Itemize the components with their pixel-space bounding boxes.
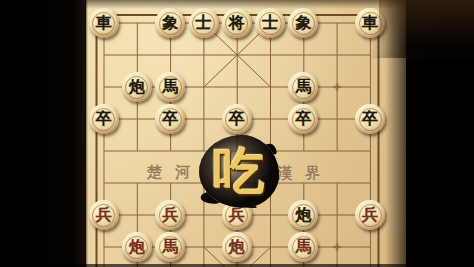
piece-glyph: 卒 [362, 111, 378, 127]
piece-black-cannon[interactable]: 炮 [288, 200, 318, 230]
piece-glyph: 卒 [295, 111, 311, 127]
piece-glyph: 将 [229, 15, 245, 31]
video-frame: 楚河 漢界 車象士将士象車炮馬馬卒卒卒卒卒炮兵兵兵兵炮馬炮馬 吃 [0, 0, 474, 267]
piece-black-chariot[interactable]: 車 [89, 8, 119, 38]
piece-red-cannon[interactable]: 炮 [222, 232, 252, 262]
piece-glyph: 兵 [162, 207, 178, 223]
piece-glyph: 士 [196, 15, 212, 31]
piece-black-soldier[interactable]: 卒 [355, 104, 385, 134]
piece-black-soldier[interactable]: 卒 [222, 104, 252, 134]
piece-glyph: 炮 [129, 239, 145, 255]
piece-glyph: 馬 [295, 79, 311, 95]
piece-glyph: 馬 [295, 239, 311, 255]
piece-glyph: 馬 [162, 239, 178, 255]
piece-glyph: 卒 [162, 111, 178, 127]
piece-glyph: 兵 [362, 207, 378, 223]
piece-glyph: 卒 [96, 111, 112, 127]
piece-red-soldier[interactable]: 兵 [155, 200, 185, 230]
piece-glyph: 象 [295, 15, 311, 31]
piece-glyph: 士 [262, 15, 278, 31]
piece-glyph: 炮 [229, 239, 245, 255]
piece-glyph: 炮 [129, 79, 145, 95]
piece-black-cannon[interactable]: 炮 [122, 72, 152, 102]
piece-glyph: 炮 [295, 207, 311, 223]
piece-black-horse[interactable]: 馬 [155, 72, 185, 102]
piece-black-soldier[interactable]: 卒 [288, 104, 318, 134]
piece-glyph: 兵 [229, 207, 245, 223]
piece-black-general[interactable]: 将 [222, 8, 252, 38]
piece-glyph: 卒 [229, 111, 245, 127]
piece-glyph: 象 [162, 15, 178, 31]
top-right-brown-streak [379, 0, 474, 46]
piece-red-cannon[interactable]: 炮 [122, 232, 152, 262]
piece-black-elephant[interactable]: 象 [155, 8, 185, 38]
piece-red-soldier[interactable]: 兵 [355, 200, 385, 230]
capture-splash-text: 吃 [213, 137, 265, 207]
piece-red-horse[interactable]: 馬 [155, 232, 185, 262]
piece-black-advisor[interactable]: 士 [189, 8, 219, 38]
left-letterbox-bar [0, 0, 88, 267]
piece-black-soldier[interactable]: 卒 [89, 104, 119, 134]
piece-red-soldier[interactable]: 兵 [89, 200, 119, 230]
piece-glyph: 兵 [96, 207, 112, 223]
piece-black-horse[interactable]: 馬 [288, 72, 318, 102]
piece-red-horse[interactable]: 馬 [288, 232, 318, 262]
piece-glyph: 馬 [162, 79, 178, 95]
piece-glyph: 車 [96, 15, 112, 31]
piece-black-advisor[interactable]: 士 [255, 8, 285, 38]
piece-black-soldier[interactable]: 卒 [155, 104, 185, 134]
piece-black-elephant[interactable]: 象 [288, 8, 318, 38]
